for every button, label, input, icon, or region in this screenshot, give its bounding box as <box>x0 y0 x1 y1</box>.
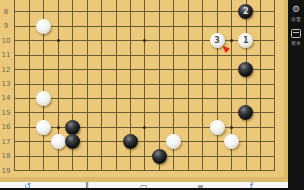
row-label-9: 9 <box>0 19 12 33</box>
grid-vline <box>274 0 275 171</box>
move-number: 2 <box>243 8 249 16</box>
stone-white[interactable] <box>166 134 181 149</box>
sidebar-item-settings-label: 设置 <box>291 16 301 22</box>
stone-black[interactable] <box>238 105 253 120</box>
grid-vline <box>246 0 247 171</box>
star-point <box>57 126 60 129</box>
go-board[interactable]: 312 78910111213141516171819 <box>0 0 288 177</box>
star-point <box>57 39 60 42</box>
stone-black[interactable] <box>152 149 167 164</box>
grid-hline <box>15 84 275 85</box>
row-label-15: 15 <box>0 106 12 120</box>
grid-vline <box>159 0 160 171</box>
last-move-marker-icon <box>220 43 230 53</box>
row-label-8: 8 <box>0 5 12 19</box>
row-label-11: 11 <box>0 48 12 62</box>
row-label-18: 18 <box>0 149 12 163</box>
move-number: 1 <box>243 37 249 45</box>
stone-white[interactable] <box>36 91 51 106</box>
stone-black[interactable] <box>123 134 138 149</box>
grid-hline <box>15 98 275 99</box>
grid-hline <box>15 156 275 157</box>
stone-black[interactable] <box>238 62 253 77</box>
row-label-13: 13 <box>0 77 12 91</box>
row-label-10: 10 <box>0 33 12 47</box>
star-point <box>230 126 233 129</box>
stone-black[interactable] <box>65 134 80 149</box>
row-label-19: 19 <box>0 163 12 177</box>
board-plane: 312 <box>8 0 282 177</box>
row-label-12: 12 <box>0 62 12 76</box>
sidebar-item-menu[interactable]: 菜单 <box>291 26 301 46</box>
stone-black[interactable] <box>65 120 80 135</box>
go-app-screen: 312 78910111213141516171819 ↺ ‖ ▭ ≡ ƒ ⚙ … <box>0 0 304 190</box>
row-label-17: 17 <box>0 134 12 148</box>
stone-white-move-3[interactable]: 3 <box>210 33 225 48</box>
sidebar-item-menu-label: 菜单 <box>291 40 301 46</box>
stone-white[interactable] <box>210 120 225 135</box>
grid-hline <box>15 69 275 70</box>
grid-vline <box>202 0 203 171</box>
stone-white[interactable] <box>36 19 51 34</box>
star-point <box>143 39 146 42</box>
move-number: 3 <box>214 37 220 45</box>
row-label-16: 16 <box>0 120 12 134</box>
sidebar-item-settings[interactable]: ⚙ 设置 <box>291 4 301 22</box>
right-sidebar: ⚙ 设置 菜单 <box>288 0 304 190</box>
menu-card-icon <box>291 29 301 38</box>
stone-white[interactable] <box>224 134 239 149</box>
row-label-14: 14 <box>0 91 12 105</box>
grid-hline <box>15 55 275 56</box>
grid-hline <box>15 112 275 113</box>
stone-white-move-1[interactable]: 1 <box>238 33 253 48</box>
grid-vline <box>188 0 189 171</box>
stone-white[interactable] <box>36 120 51 135</box>
gear-icon: ⚙ <box>292 4 300 14</box>
bottom-black-bar <box>0 188 304 190</box>
grid-vline <box>144 0 145 171</box>
stone-white[interactable] <box>51 134 66 149</box>
grid-vline <box>217 0 218 171</box>
grid-hline <box>15 170 275 171</box>
star-point <box>230 39 233 42</box>
grid-vline <box>260 0 261 171</box>
stone-black-move-2[interactable]: 2 <box>238 4 253 19</box>
